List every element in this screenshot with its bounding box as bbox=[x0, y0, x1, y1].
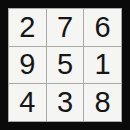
cell-r3c2[interactable]: 3 bbox=[47, 84, 84, 121]
cell-r2c3[interactable]: 1 bbox=[84, 47, 121, 84]
magic-square-board: 2 7 6 9 5 1 4 3 8 bbox=[8, 8, 122, 122]
board-frame: 2 7 6 9 5 1 4 3 8 bbox=[0, 0, 130, 130]
cell-r1c1[interactable]: 2 bbox=[9, 9, 46, 46]
cell-r3c3[interactable]: 8 bbox=[84, 84, 121, 121]
cell-r1c3[interactable]: 6 bbox=[84, 9, 121, 46]
cell-r3c1[interactable]: 4 bbox=[9, 84, 46, 121]
cell-r2c2[interactable]: 5 bbox=[47, 47, 84, 84]
cell-r1c2[interactable]: 7 bbox=[47, 9, 84, 46]
cell-r2c1[interactable]: 9 bbox=[9, 47, 46, 84]
